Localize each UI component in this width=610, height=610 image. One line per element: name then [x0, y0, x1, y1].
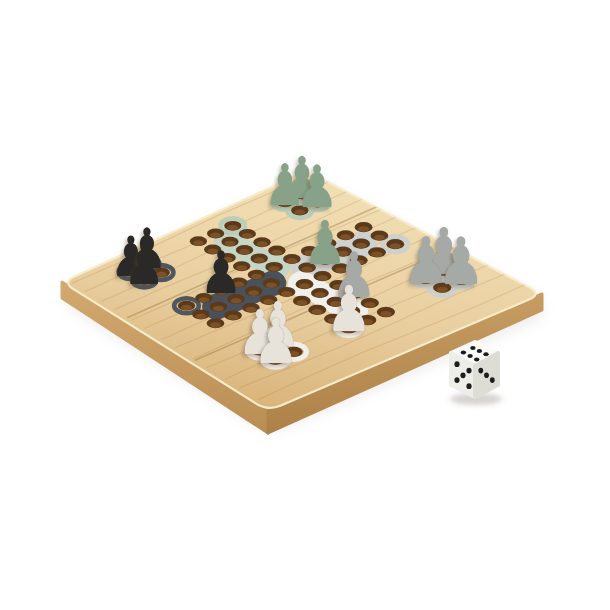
wooden-ludo-product-photo: Ludo (Mensch aergere dich nicht) - woode… [0, 0, 610, 610]
pawn-grey-2[interactable]: ♟ [437, 229, 485, 294]
pawn-white-4[interactable]: ♟ [325, 278, 372, 342]
pawn-white-3[interactable]: ♟ [253, 311, 299, 373]
pawn-layer: ♟♟♟♟♟♟♟♟♟♟♟♟♟♟♟♟ [0, 0, 610, 610]
pawn-black-4[interactable]: ♟ [200, 245, 243, 304]
pawn-black-3[interactable]: ♟ [124, 237, 165, 293]
